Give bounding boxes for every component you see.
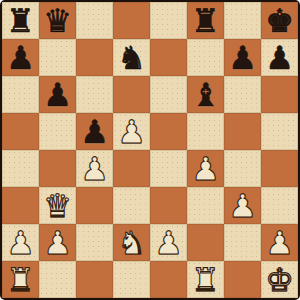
square-g2[interactable] [224, 224, 261, 261]
black-pawn-piece[interactable]: ♟ [265, 42, 294, 74]
black-queen-piece[interactable]: ♛ [43, 5, 72, 37]
black-pawn-piece[interactable]: ♟ [43, 79, 72, 111]
black-pawn-piece[interactable]: ♟ [6, 42, 35, 74]
white-pawn-piece[interactable]: ♟ [43, 227, 72, 259]
square-g5[interactable] [224, 113, 261, 150]
square-b2[interactable]: ♟ [39, 224, 76, 261]
square-f7[interactable] [187, 39, 224, 76]
square-h5[interactable] [261, 113, 298, 150]
square-g6[interactable] [224, 76, 261, 113]
black-rook-piece[interactable]: ♜ [191, 5, 220, 37]
white-knight-piece[interactable]: ♞ [117, 227, 146, 259]
white-pawn-piece[interactable]: ♟ [117, 116, 146, 148]
square-f5[interactable] [187, 113, 224, 150]
square-f8[interactable]: ♜ [187, 2, 224, 39]
square-c1[interactable] [76, 261, 113, 298]
square-f2[interactable] [187, 224, 224, 261]
black-knight-piece[interactable]: ♞ [117, 42, 146, 74]
square-c5[interactable]: ♟ [76, 113, 113, 150]
square-b6[interactable]: ♟ [39, 76, 76, 113]
black-pawn-piece[interactable]: ♟ [80, 116, 109, 148]
square-d3[interactable] [113, 187, 150, 224]
square-f1[interactable]: ♜ [187, 261, 224, 298]
white-pawn-piece[interactable]: ♟ [265, 227, 294, 259]
white-king-piece[interactable]: ♚ [265, 264, 294, 296]
square-c4[interactable]: ♟ [76, 150, 113, 187]
square-d8[interactable] [113, 2, 150, 39]
black-pawn-piece[interactable]: ♟ [228, 42, 257, 74]
square-a8[interactable]: ♜ [2, 2, 39, 39]
square-a1[interactable]: ♜ [2, 261, 39, 298]
square-h1[interactable]: ♚ [261, 261, 298, 298]
square-h8[interactable]: ♚ [261, 2, 298, 39]
square-e2[interactable]: ♟ [150, 224, 187, 261]
square-h6[interactable] [261, 76, 298, 113]
square-d2[interactable]: ♞ [113, 224, 150, 261]
square-e4[interactable] [150, 150, 187, 187]
white-pawn-piece[interactable]: ♟ [228, 190, 257, 222]
square-d7[interactable]: ♞ [113, 39, 150, 76]
square-d4[interactable] [113, 150, 150, 187]
square-a3[interactable] [2, 187, 39, 224]
square-a6[interactable] [2, 76, 39, 113]
square-a2[interactable]: ♟ [2, 224, 39, 261]
white-rook-piece[interactable]: ♜ [191, 264, 220, 296]
square-e1[interactable] [150, 261, 187, 298]
square-f3[interactable] [187, 187, 224, 224]
square-g1[interactable] [224, 261, 261, 298]
square-b4[interactable] [39, 150, 76, 187]
square-h3[interactable] [261, 187, 298, 224]
square-b8[interactable]: ♛ [39, 2, 76, 39]
black-rook-piece[interactable]: ♜ [6, 5, 35, 37]
square-d6[interactable] [113, 76, 150, 113]
square-b5[interactable] [39, 113, 76, 150]
square-a5[interactable] [2, 113, 39, 150]
square-c3[interactable] [76, 187, 113, 224]
white-pawn-piece[interactable]: ♟ [80, 153, 109, 185]
white-rook-piece[interactable]: ♜ [6, 264, 35, 296]
square-e3[interactable] [150, 187, 187, 224]
square-c2[interactable] [76, 224, 113, 261]
square-a7[interactable]: ♟ [2, 39, 39, 76]
chess-board: ♜♛♜♚♟♞♟♟♟♝♟♟♟♟♛♟♟♟♞♟♟♜♜♚ [0, 0, 300, 300]
square-d1[interactable] [113, 261, 150, 298]
square-e7[interactable] [150, 39, 187, 76]
square-g7[interactable]: ♟ [224, 39, 261, 76]
square-c7[interactable] [76, 39, 113, 76]
black-bishop-piece[interactable]: ♝ [191, 79, 220, 111]
square-e8[interactable] [150, 2, 187, 39]
square-c6[interactable] [76, 76, 113, 113]
square-g4[interactable] [224, 150, 261, 187]
white-queen-piece[interactable]: ♛ [43, 190, 72, 222]
square-b7[interactable] [39, 39, 76, 76]
square-h7[interactable]: ♟ [261, 39, 298, 76]
square-f4[interactable]: ♟ [187, 150, 224, 187]
square-h2[interactable]: ♟ [261, 224, 298, 261]
white-pawn-piece[interactable]: ♟ [6, 227, 35, 259]
square-h4[interactable] [261, 150, 298, 187]
square-g8[interactable] [224, 2, 261, 39]
black-king-piece[interactable]: ♚ [265, 5, 294, 37]
square-b3[interactable]: ♛ [39, 187, 76, 224]
square-d5[interactable]: ♟ [113, 113, 150, 150]
square-b1[interactable] [39, 261, 76, 298]
white-pawn-piece[interactable]: ♟ [191, 153, 220, 185]
square-c8[interactable] [76, 2, 113, 39]
square-e5[interactable] [150, 113, 187, 150]
square-f6[interactable]: ♝ [187, 76, 224, 113]
square-g3[interactable]: ♟ [224, 187, 261, 224]
square-a4[interactable] [2, 150, 39, 187]
white-pawn-piece[interactable]: ♟ [154, 227, 183, 259]
square-e6[interactable] [150, 76, 187, 113]
